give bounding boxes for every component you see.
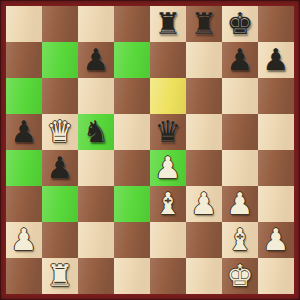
- square-g1[interactable]: ♚: [222, 258, 258, 294]
- square-a6[interactable]: [6, 78, 42, 114]
- square-g2[interactable]: ♝: [222, 222, 258, 258]
- square-b7[interactable]: [42, 42, 78, 78]
- piece-white-pawn[interactable]: ♟: [227, 186, 254, 222]
- square-g5[interactable]: [222, 114, 258, 150]
- piece-black-pawn[interactable]: ♟: [227, 42, 254, 78]
- square-b1[interactable]: ♜: [42, 258, 78, 294]
- square-c5[interactable]: ♞: [78, 114, 114, 150]
- square-g6[interactable]: [222, 78, 258, 114]
- square-a4[interactable]: [6, 150, 42, 186]
- square-d5[interactable]: [114, 114, 150, 150]
- square-c2[interactable]: [78, 222, 114, 258]
- piece-black-rook[interactable]: ♜: [155, 6, 182, 42]
- chess-board[interactable]: ♜♜♚♟♟♟♟♛♞♛♟♟♝♟♟♟♝♟♜♚: [6, 6, 294, 294]
- piece-white-pawn[interactable]: ♟: [155, 150, 182, 186]
- piece-black-pawn[interactable]: ♟: [83, 42, 110, 78]
- square-a7[interactable]: [6, 42, 42, 78]
- square-d4[interactable]: [114, 150, 150, 186]
- square-g8[interactable]: ♚: [222, 6, 258, 42]
- piece-white-pawn[interactable]: ♟: [191, 186, 218, 222]
- square-c7[interactable]: ♟: [78, 42, 114, 78]
- square-e3[interactable]: ♝: [150, 186, 186, 222]
- square-c3[interactable]: [78, 186, 114, 222]
- square-h4[interactable]: [258, 150, 294, 186]
- square-d6[interactable]: [114, 78, 150, 114]
- square-b8[interactable]: [42, 6, 78, 42]
- square-d2[interactable]: [114, 222, 150, 258]
- piece-black-rook[interactable]: ♜: [191, 6, 218, 42]
- piece-black-pawn[interactable]: ♟: [47, 150, 74, 186]
- square-b3[interactable]: [42, 186, 78, 222]
- square-e1[interactable]: [150, 258, 186, 294]
- piece-white-bishop[interactable]: ♝: [155, 186, 182, 222]
- square-c4[interactable]: [78, 150, 114, 186]
- square-h8[interactable]: [258, 6, 294, 42]
- square-f7[interactable]: [186, 42, 222, 78]
- piece-white-pawn[interactable]: ♟: [263, 222, 290, 258]
- square-d7[interactable]: [114, 42, 150, 78]
- square-h1[interactable]: [258, 258, 294, 294]
- square-e4[interactable]: ♟: [150, 150, 186, 186]
- square-e5[interactable]: ♛: [150, 114, 186, 150]
- square-c8[interactable]: [78, 6, 114, 42]
- piece-white-rook[interactable]: ♜: [47, 258, 74, 294]
- square-a5[interactable]: ♟: [6, 114, 42, 150]
- square-e8[interactable]: ♜: [150, 6, 186, 42]
- square-h6[interactable]: [258, 78, 294, 114]
- square-f2[interactable]: [186, 222, 222, 258]
- square-h5[interactable]: [258, 114, 294, 150]
- piece-white-bishop[interactable]: ♝: [227, 222, 254, 258]
- square-h2[interactable]: ♟: [258, 222, 294, 258]
- square-a8[interactable]: [6, 6, 42, 42]
- square-b6[interactable]: [42, 78, 78, 114]
- square-f8[interactable]: ♜: [186, 6, 222, 42]
- piece-black-knight[interactable]: ♞: [83, 114, 110, 150]
- square-a2[interactable]: ♟: [6, 222, 42, 258]
- square-f5[interactable]: [186, 114, 222, 150]
- square-g4[interactable]: [222, 150, 258, 186]
- square-g7[interactable]: ♟: [222, 42, 258, 78]
- square-b4[interactable]: ♟: [42, 150, 78, 186]
- square-f3[interactable]: ♟: [186, 186, 222, 222]
- square-g3[interactable]: ♟: [222, 186, 258, 222]
- piece-black-king[interactable]: ♚: [227, 6, 254, 42]
- square-e2[interactable]: [150, 222, 186, 258]
- piece-black-pawn[interactable]: ♟: [263, 42, 290, 78]
- square-h3[interactable]: [258, 186, 294, 222]
- square-a3[interactable]: [6, 186, 42, 222]
- square-d3[interactable]: [114, 186, 150, 222]
- square-h7[interactable]: ♟: [258, 42, 294, 78]
- square-f6[interactable]: [186, 78, 222, 114]
- square-b5[interactable]: ♛: [42, 114, 78, 150]
- square-f4[interactable]: [186, 150, 222, 186]
- square-e7[interactable]: [150, 42, 186, 78]
- square-b2[interactable]: [42, 222, 78, 258]
- square-c6[interactable]: [78, 78, 114, 114]
- board-frame: ♜♜♚♟♟♟♟♛♞♛♟♟♝♟♟♟♝♟♜♚: [0, 0, 300, 300]
- square-c1[interactable]: [78, 258, 114, 294]
- piece-white-pawn[interactable]: ♟: [11, 222, 38, 258]
- piece-black-queen[interactable]: ♛: [155, 114, 182, 150]
- square-f1[interactable]: [186, 258, 222, 294]
- square-a1[interactable]: [6, 258, 42, 294]
- square-d1[interactable]: [114, 258, 150, 294]
- piece-white-queen[interactable]: ♛: [47, 114, 74, 150]
- square-d8[interactable]: [114, 6, 150, 42]
- piece-white-king[interactable]: ♚: [227, 258, 254, 294]
- piece-black-pawn[interactable]: ♟: [11, 114, 38, 150]
- square-e6[interactable]: [150, 78, 186, 114]
